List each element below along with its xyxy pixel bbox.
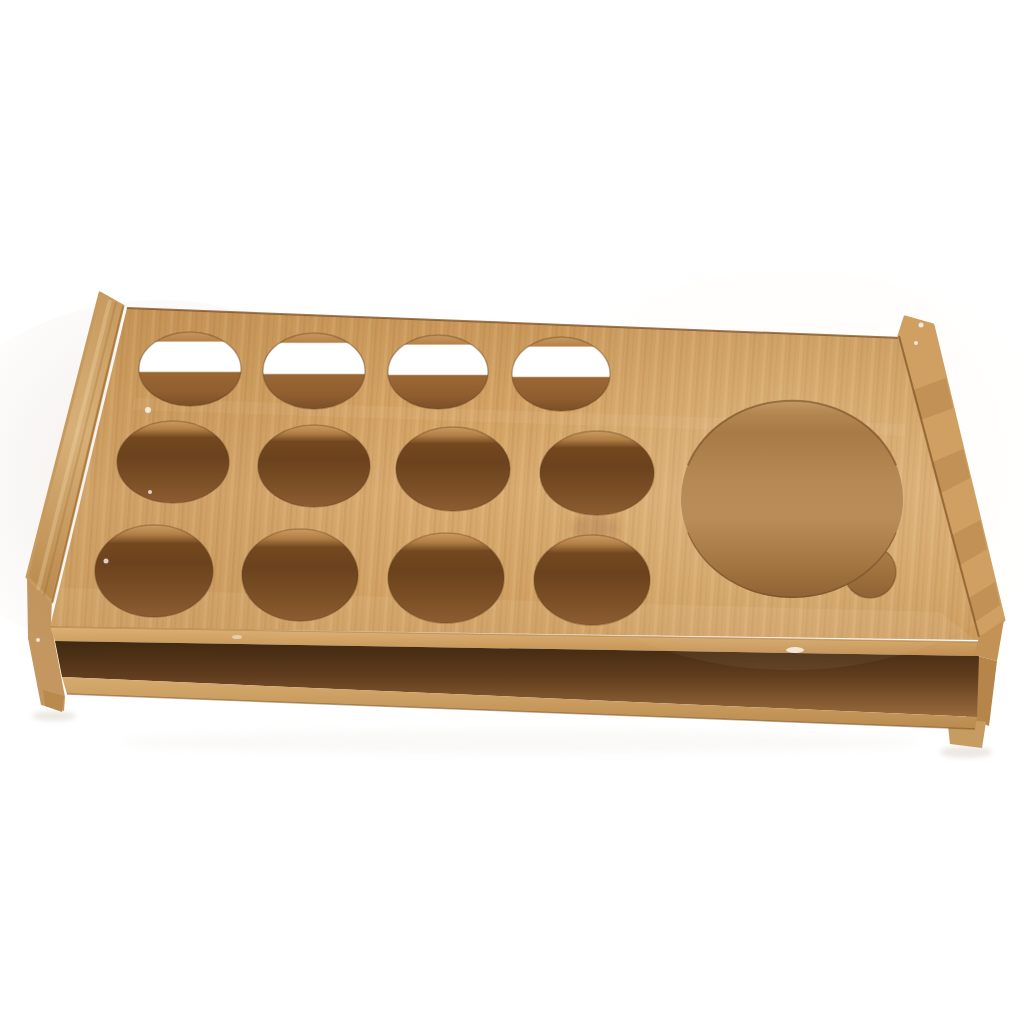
product-photo-stage: Bamboo holder tray product photo [0,0,1024,1024]
capsule-hole-r3c3 [388,533,504,623]
scuff-mark [232,635,242,639]
capsule-hole-r3c1 [95,525,213,617]
scuff-mark [786,647,804,653]
scuff-mark [919,323,924,328]
capsule-hole-r2c3 [396,427,510,511]
right-foot-shadow [940,746,992,758]
capsule-hole-r1c4 [512,337,610,411]
capsule-hole-r3c2 [242,529,358,621]
scuff-mark [914,341,918,345]
scuff-mark [145,407,151,413]
capsule-hole-r1c3 [388,335,488,409]
large-notched-cutout [681,400,903,598]
capsule-hole-r2c4 [540,431,654,515]
scuff-mark [36,638,40,642]
capsule-hole-r2c2 [258,425,370,507]
capsule-hole-r1c2 [263,333,365,409]
capsule-hole-r1c1 [139,332,241,406]
scuff-mark [104,559,109,564]
ground-shadow [120,731,920,753]
scuff-mark [148,490,152,494]
capsule-hole-r2c1 [117,421,229,503]
capsule-hole-r3c4 [534,535,650,625]
bamboo-tray-photo: Bamboo holder tray product photo [0,0,1024,1024]
left-foot-shadow [32,711,76,721]
